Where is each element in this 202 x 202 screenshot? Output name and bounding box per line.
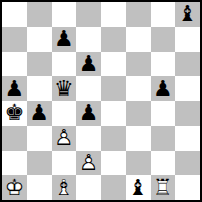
square-g3[interactable] — [151, 126, 176, 151]
square-g4[interactable] — [151, 101, 176, 126]
black-pawn: ♟ — [2, 76, 27, 101]
square-f2[interactable] — [126, 151, 151, 176]
square-g8[interactable] — [151, 2, 176, 27]
square-d5[interactable] — [76, 76, 101, 101]
square-a5[interactable]: ♟ — [2, 76, 27, 101]
black-queen: ♛ — [52, 76, 77, 101]
square-d1[interactable] — [76, 175, 101, 200]
square-f5[interactable] — [126, 76, 151, 101]
square-h6[interactable] — [175, 52, 200, 77]
square-d3[interactable] — [76, 126, 101, 151]
black-bishop: ♝ — [175, 2, 200, 27]
square-b5[interactable] — [27, 76, 52, 101]
square-f6[interactable] — [126, 52, 151, 77]
black-pawn: ♟ — [52, 27, 77, 52]
square-h1[interactable] — [175, 175, 200, 200]
square-c8[interactable] — [52, 2, 77, 27]
square-g2[interactable] — [151, 151, 176, 176]
square-c2[interactable] — [52, 151, 77, 176]
square-d2[interactable]: ♟♙ — [76, 151, 101, 176]
square-h8[interactable]: ♝ — [175, 2, 200, 27]
square-a7[interactable] — [2, 27, 27, 52]
square-f1[interactable]: ♝ — [126, 175, 151, 200]
square-g6[interactable] — [151, 52, 176, 77]
square-e8[interactable] — [101, 2, 126, 27]
square-b1[interactable] — [27, 175, 52, 200]
square-b3[interactable] — [27, 126, 52, 151]
square-f4[interactable] — [126, 101, 151, 126]
square-e1[interactable] — [101, 175, 126, 200]
square-g5[interactable]: ♟ — [151, 76, 176, 101]
white-pawn: ♙ — [76, 151, 101, 176]
white-bishop: ♗ — [52, 175, 77, 200]
white-king: ♔ — [2, 175, 27, 200]
square-f8[interactable] — [126, 2, 151, 27]
square-f7[interactable] — [126, 27, 151, 52]
square-e4[interactable] — [101, 101, 126, 126]
square-h2[interactable] — [175, 151, 200, 176]
square-c7[interactable]: ♟ — [52, 27, 77, 52]
black-king: ♚ — [2, 101, 27, 126]
black-pawn: ♟ — [27, 101, 52, 126]
black-pawn: ♟ — [76, 52, 101, 77]
white-rook: ♖ — [151, 175, 176, 200]
square-h4[interactable] — [175, 101, 200, 126]
square-d8[interactable] — [76, 2, 101, 27]
square-d6[interactable]: ♟ — [76, 52, 101, 77]
square-a8[interactable] — [2, 2, 27, 27]
square-d4[interactable]: ♟ — [76, 101, 101, 126]
square-e3[interactable] — [101, 126, 126, 151]
square-e5[interactable] — [101, 76, 126, 101]
square-b8[interactable] — [27, 2, 52, 27]
square-h7[interactable] — [175, 27, 200, 52]
chess-board: ♝♟♟♟♛♟♚♟♟♟♙♟♙♚♔♝♗♝♜♖ — [0, 0, 202, 202]
square-e6[interactable] — [101, 52, 126, 77]
square-c1[interactable]: ♝♗ — [52, 175, 77, 200]
square-c4[interactable] — [52, 101, 77, 126]
square-e7[interactable] — [101, 27, 126, 52]
square-g1[interactable]: ♜♖ — [151, 175, 176, 200]
square-b6[interactable] — [27, 52, 52, 77]
square-h3[interactable] — [175, 126, 200, 151]
square-a1[interactable]: ♚♔ — [2, 175, 27, 200]
square-a2[interactable] — [2, 151, 27, 176]
black-pawn: ♟ — [76, 101, 101, 126]
square-a4[interactable]: ♚ — [2, 101, 27, 126]
square-b2[interactable] — [27, 151, 52, 176]
square-a3[interactable] — [2, 126, 27, 151]
square-c6[interactable] — [52, 52, 77, 77]
square-b7[interactable] — [27, 27, 52, 52]
black-bishop: ♝ — [126, 175, 151, 200]
square-c5[interactable]: ♛ — [52, 76, 77, 101]
square-h5[interactable] — [175, 76, 200, 101]
square-e2[interactable] — [101, 151, 126, 176]
square-g7[interactable] — [151, 27, 176, 52]
square-a6[interactable] — [2, 52, 27, 77]
square-c3[interactable]: ♟♙ — [52, 126, 77, 151]
square-b4[interactable]: ♟ — [27, 101, 52, 126]
black-pawn: ♟ — [151, 76, 176, 101]
white-pawn: ♙ — [52, 126, 77, 151]
square-d7[interactable] — [76, 27, 101, 52]
square-f3[interactable] — [126, 126, 151, 151]
